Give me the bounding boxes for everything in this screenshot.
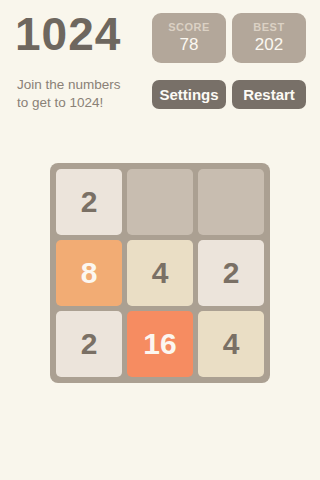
empty-cell [127, 169, 193, 235]
tile-8: 8 [56, 240, 122, 306]
tile-2: 2 [198, 240, 264, 306]
settings-button[interactable]: Settings [152, 80, 226, 109]
empty-cell [198, 169, 264, 235]
score-label: SCORE [168, 21, 210, 33]
score-box: SCORE 78 [152, 13, 226, 63]
game-board[interactable]: 28422164 [50, 163, 270, 383]
tile-2: 2 [56, 169, 122, 235]
score-value: 78 [180, 35, 199, 55]
tile-16: 16 [127, 311, 193, 377]
best-label: BEST [253, 21, 284, 33]
tile-2: 2 [56, 311, 122, 377]
best-box: BEST 202 [232, 13, 306, 63]
app-screen: 1024 Join the numbers to get to 1024! SC… [0, 0, 320, 480]
tile-4: 4 [198, 311, 264, 377]
tile-4: 4 [127, 240, 193, 306]
restart-button[interactable]: Restart [232, 80, 306, 109]
game-subtitle: Join the numbers to get to 1024! [17, 76, 121, 112]
game-title: 1024 [15, 11, 121, 57]
best-value: 202 [255, 35, 283, 55]
